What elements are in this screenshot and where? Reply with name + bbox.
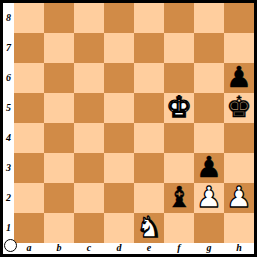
rank-label-8: 8 [3, 3, 14, 33]
square-g5[interactable] [194, 93, 224, 123]
piece-white-pawn[interactable]: ♟ [196, 183, 222, 212]
square-f8[interactable] [164, 3, 194, 33]
square-d2[interactable] [104, 183, 134, 213]
square-c8[interactable] [74, 3, 104, 33]
square-f4[interactable] [164, 123, 194, 153]
file-label-d: d [104, 243, 134, 254]
square-e7[interactable] [134, 33, 164, 63]
square-c2[interactable] [74, 183, 104, 213]
square-b1[interactable] [44, 213, 74, 243]
square-h5[interactable]: ♚ [224, 93, 254, 123]
piece-black-pawn[interactable]: ♟ [226, 63, 252, 92]
rank-label-5: 5 [3, 93, 14, 123]
square-f3[interactable] [164, 153, 194, 183]
square-f7[interactable] [164, 33, 194, 63]
square-f6[interactable] [164, 63, 194, 93]
square-g2[interactable]: ♟ [194, 183, 224, 213]
square-a1[interactable] [14, 213, 44, 243]
rank-label-4: 4 [3, 123, 14, 153]
square-e6[interactable] [134, 63, 164, 93]
square-h2[interactable]: ♟ [224, 183, 254, 213]
square-c6[interactable] [74, 63, 104, 93]
file-label-b: b [44, 243, 74, 254]
square-g8[interactable] [194, 3, 224, 33]
square-e3[interactable] [134, 153, 164, 183]
square-d3[interactable] [104, 153, 134, 183]
square-d6[interactable] [104, 63, 134, 93]
square-a2[interactable] [14, 183, 44, 213]
square-f2[interactable]: ♝ [164, 183, 194, 213]
square-e1[interactable]: ♞ [134, 213, 164, 243]
square-e5[interactable] [134, 93, 164, 123]
square-c7[interactable] [74, 33, 104, 63]
square-f5[interactable]: ♚ [164, 93, 194, 123]
white-to-move-indicator [4, 239, 17, 252]
square-a4[interactable] [14, 123, 44, 153]
chess-board: ♟♚♚♟♝♟♟♞ [14, 3, 254, 243]
square-a5[interactable] [14, 93, 44, 123]
square-h7[interactable] [224, 33, 254, 63]
square-h3[interactable] [224, 153, 254, 183]
square-c1[interactable] [74, 213, 104, 243]
square-b6[interactable] [44, 63, 74, 93]
file-label-c: c [74, 243, 104, 254]
square-b7[interactable] [44, 33, 74, 63]
square-h8[interactable] [224, 3, 254, 33]
square-b3[interactable] [44, 153, 74, 183]
rank-label-3: 3 [3, 153, 14, 183]
piece-black-bishop[interactable]: ♝ [166, 183, 192, 212]
square-d7[interactable] [104, 33, 134, 63]
square-d8[interactable] [104, 3, 134, 33]
square-g4[interactable] [194, 123, 224, 153]
piece-white-pawn[interactable]: ♟ [226, 183, 252, 212]
file-label-f: f [164, 243, 194, 254]
square-g6[interactable] [194, 63, 224, 93]
square-e2[interactable] [134, 183, 164, 213]
square-d5[interactable] [104, 93, 134, 123]
square-b2[interactable] [44, 183, 74, 213]
square-b8[interactable] [44, 3, 74, 33]
square-h6[interactable]: ♟ [224, 63, 254, 93]
square-g3[interactable]: ♟ [194, 153, 224, 183]
file-label-e: e [134, 243, 164, 254]
file-label-g: g [194, 243, 224, 254]
square-c3[interactable] [74, 153, 104, 183]
file-label-h: h [224, 243, 254, 254]
square-d1[interactable] [104, 213, 134, 243]
piece-black-king[interactable]: ♚ [226, 93, 252, 122]
square-b5[interactable] [44, 93, 74, 123]
square-a3[interactable] [14, 153, 44, 183]
square-a7[interactable] [14, 33, 44, 63]
square-a6[interactable] [14, 63, 44, 93]
rank-label-2: 2 [3, 183, 14, 213]
square-h4[interactable] [224, 123, 254, 153]
piece-white-king[interactable]: ♚ [166, 93, 192, 122]
square-f1[interactable] [164, 213, 194, 243]
file-label-a: a [14, 243, 44, 254]
square-g7[interactable] [194, 33, 224, 63]
piece-black-pawn[interactable]: ♟ [196, 153, 222, 182]
rank-label-6: 6 [3, 63, 14, 93]
square-b4[interactable] [44, 123, 74, 153]
square-h1[interactable] [224, 213, 254, 243]
piece-white-knight[interactable]: ♞ [136, 213, 162, 242]
square-c5[interactable] [74, 93, 104, 123]
square-a8[interactable] [14, 3, 44, 33]
square-g1[interactable] [194, 213, 224, 243]
square-d4[interactable] [104, 123, 134, 153]
square-c4[interactable] [74, 123, 104, 153]
square-e8[interactable] [134, 3, 164, 33]
square-e4[interactable] [134, 123, 164, 153]
chess-diagram: ♟♚♚♟♝♟♟♞ 87654321 abcdefgh [0, 0, 257, 257]
rank-label-7: 7 [3, 33, 14, 63]
